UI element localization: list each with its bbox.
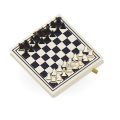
chess-set-photo: ♜♞♝♛♚♝♞♜♟♟♟♟♟♟♟♟♟♟♟♟♟♟♟♟♜♞♝♛♚♝♞♜ <box>0 0 120 120</box>
